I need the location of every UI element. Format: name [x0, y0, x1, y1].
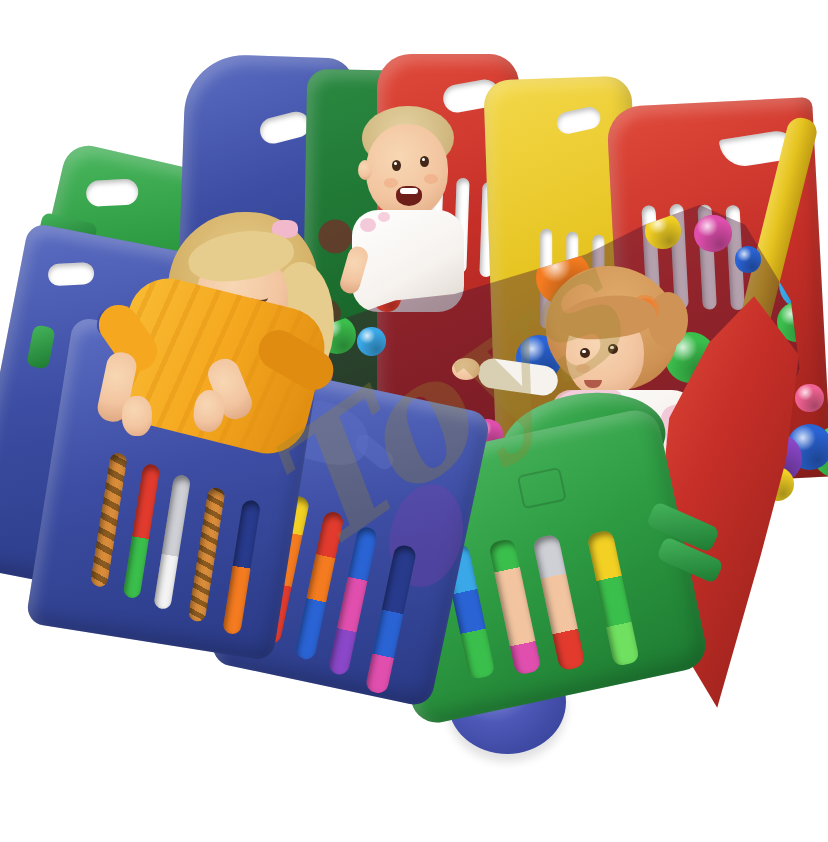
plastic-ball: [339, 705, 365, 731]
plastic-ball: [699, 790, 726, 817]
plastic-ball: [735, 246, 761, 272]
ball-shadow-spot: [318, 219, 353, 254]
plastic-ball: [767, 666, 792, 691]
baby-cheek: [424, 174, 438, 184]
panel-slot: [587, 529, 640, 666]
plastic-ball: [795, 384, 823, 412]
plastic-ball: [789, 622, 825, 658]
baby-mouth: [396, 186, 422, 206]
panel-slot: [365, 544, 418, 695]
baby-cheek: [384, 178, 398, 188]
panel-slot: [222, 499, 261, 635]
baby-eye: [420, 156, 429, 167]
panel-slot: [90, 452, 128, 588]
plastic-ball: [824, 663, 828, 689]
plastic-ball: [742, 767, 780, 805]
baby-eye: [392, 160, 401, 171]
plastic-ball: [302, 706, 334, 738]
panel-slot: [188, 487, 226, 623]
panel-handle-hole: [257, 109, 312, 146]
baby-ear: [358, 160, 372, 180]
panel-emboss: [517, 467, 567, 509]
ball-pit-playpen-photo: Toys: [0, 0, 828, 842]
panel-slot: [532, 534, 585, 671]
plastic-ball: [763, 643, 794, 674]
plastic-ball: [372, 318, 406, 352]
panel-handle-hole: [555, 105, 603, 136]
plastic-ball: [340, 746, 392, 798]
plastic-ball: [812, 594, 828, 633]
plastic-ball: [807, 646, 828, 697]
plastic-ball: [766, 660, 793, 687]
girl-left-hand: [122, 396, 152, 436]
panel-handle-hole: [48, 262, 95, 286]
girl-right-eye: [608, 344, 618, 354]
girl-right-eye: [580, 348, 590, 358]
plastic-ball: [795, 532, 820, 557]
plastic-ball: [622, 766, 649, 793]
panel-slot: [488, 538, 541, 675]
panel-slot: [123, 463, 161, 599]
panel-handle-hole: [86, 178, 139, 207]
plastic-ball: [693, 265, 740, 312]
plastic-ball: [820, 749, 828, 785]
panel-slot: [153, 474, 191, 610]
plastic-ball: [792, 480, 828, 525]
